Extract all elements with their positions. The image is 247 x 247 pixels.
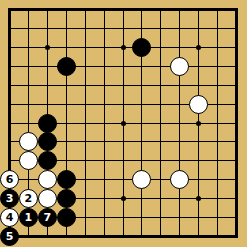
move-number-label: 4	[6, 212, 14, 223]
black-stone: 1	[19, 208, 38, 227]
star-point	[121, 196, 126, 201]
move-number-label: 2	[25, 193, 33, 204]
white-stone: 4	[0, 208, 19, 227]
black-stone	[57, 208, 76, 227]
star-point	[196, 45, 201, 50]
white-stone	[38, 189, 57, 208]
black-stone: 7	[38, 208, 57, 227]
black-stone	[57, 170, 76, 189]
go-board[interactable]: 6324175	[0, 0, 247, 247]
star-point	[121, 121, 126, 126]
star-point	[196, 121, 201, 126]
black-stone	[57, 189, 76, 208]
move-number-label: 5	[6, 231, 14, 242]
white-stone: 2	[19, 189, 38, 208]
go-diagram: 6324175	[0, 0, 247, 247]
move-number-label: 1	[25, 212, 33, 223]
black-stone	[57, 57, 76, 76]
star-point	[45, 45, 50, 50]
move-number-label: 7	[44, 212, 52, 223]
white-stone	[38, 170, 57, 189]
star-point	[121, 45, 126, 50]
move-number-label: 3	[6, 193, 14, 204]
white-stone	[170, 57, 189, 76]
black-stone	[38, 114, 57, 133]
black-stone: 5	[0, 227, 19, 246]
white-stone	[189, 95, 208, 114]
move-number-label: 6	[6, 174, 14, 185]
